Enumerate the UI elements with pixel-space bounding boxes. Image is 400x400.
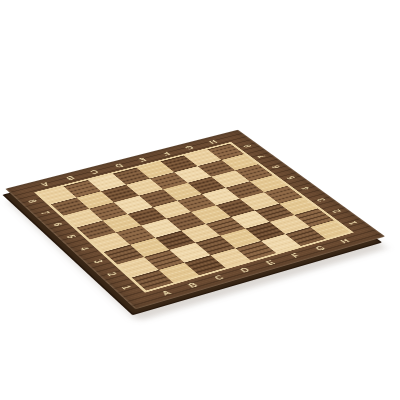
rank-label-left-5: 5	[61, 232, 80, 243]
file-label-top-d: D	[108, 161, 129, 169]
file-label-bottom-h: H	[334, 237, 356, 247]
rank-label-right-4: 4	[297, 183, 316, 193]
rank-label-left-4: 4	[74, 244, 94, 255]
coordinate-labels: AABBCCDDEEFFGGHH8877665544332211	[5, 130, 385, 310]
rank-label-left-6: 6	[48, 220, 67, 230]
chessboard: AABBCCDDEEFFGGHH8877665544332211	[5, 130, 385, 310]
file-label-bottom-e: E	[260, 258, 283, 268]
rank-label-right-5: 5	[282, 173, 301, 182]
file-label-bottom-b: B	[182, 280, 205, 290]
file-label-bottom-c: C	[208, 273, 231, 283]
rank-label-right-6: 6	[267, 162, 286, 171]
file-label-top-f: F	[155, 149, 175, 157]
rank-label-right-7: 7	[253, 152, 272, 161]
rank-label-right-1: 1	[343, 217, 363, 227]
file-label-top-b: B	[59, 174, 80, 183]
rank-label-left-1: 1	[115, 282, 135, 294]
file-label-top-c: C	[83, 167, 104, 175]
file-label-top-e: E	[132, 155, 152, 163]
file-label-bottom-g: G	[310, 244, 332, 254]
file-label-top-h: H	[202, 138, 222, 146]
rank-label-right-8: 8	[239, 141, 257, 150]
rank-label-left-3: 3	[87, 256, 107, 267]
rank-label-left-2: 2	[101, 269, 121, 280]
file-label-bottom-f: F	[285, 251, 308, 261]
rank-label-left-8: 8	[23, 197, 42, 207]
rank-label-right-3: 3	[312, 195, 332, 205]
file-label-top-g: G	[179, 143, 199, 151]
file-label-bottom-d: D	[234, 265, 257, 275]
file-label-top-a: A	[34, 180, 55, 189]
rank-label-left-7: 7	[35, 208, 54, 218]
rank-label-right-2: 2	[327, 206, 347, 216]
file-label-bottom-a: A	[155, 288, 178, 299]
